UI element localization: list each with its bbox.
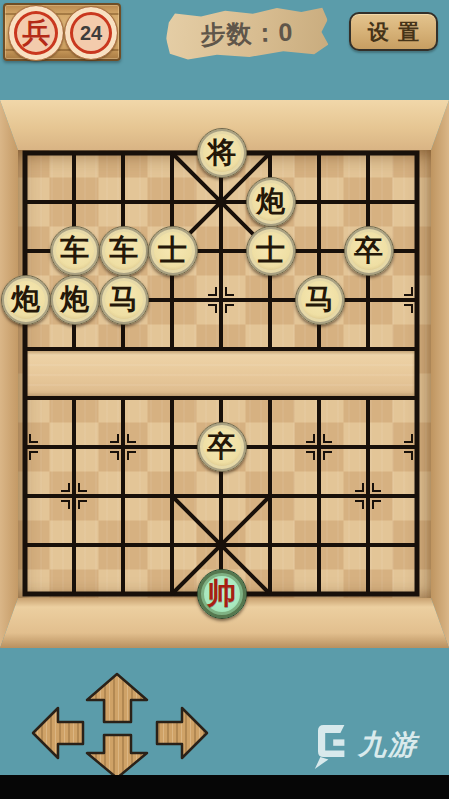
right-arrow-button[interactable] (157, 708, 207, 758)
bottom-letterbox (0, 775, 449, 799)
piece-士: 士 (148, 226, 198, 276)
9game-watermark: 九游 (314, 714, 434, 776)
level-count-badge: 24 (64, 6, 118, 60)
xiangqi-puzzle-app: 兵 24 步数：0 设置 (0, 0, 449, 799)
piece-士: 士 (246, 226, 296, 276)
9game-logo-text: 九游 (358, 726, 418, 764)
piece-炮: 炮 (246, 177, 296, 227)
piece-车: 车 (50, 226, 100, 276)
pieces-layer: 将炮车车士士卒炮炮马马卒帅 (1, 128, 442, 618)
xiangqi-board: 将炮车车士士卒炮炮马马卒帅 (0, 100, 449, 648)
step-counter-label: 步数： (200, 18, 279, 49)
level-piece-label: 兵 (22, 14, 50, 52)
piece-马: 马 (295, 275, 345, 325)
piece-卒: 卒 (197, 422, 247, 472)
piece-将: 将 (197, 128, 247, 178)
up-arrow-button[interactable] (87, 674, 147, 722)
step-counter-value: 0 (278, 17, 294, 46)
down-arrow-button[interactable] (87, 735, 147, 775)
step-counter-text: 步数：0 (200, 15, 294, 51)
piece-帅[interactable]: 帅 (197, 569, 247, 619)
9game-logo-icon (314, 714, 354, 776)
level-badge-plaque: 兵 24 (3, 3, 121, 61)
settings-button[interactable]: 设置 (349, 12, 438, 51)
level-piece-badge: 兵 (8, 5, 64, 61)
step-counter: 步数：0 (165, 6, 329, 61)
piece-卒: 卒 (344, 226, 394, 276)
piece-炮: 炮 (1, 275, 51, 325)
piece-炮: 炮 (50, 275, 100, 325)
level-count-value: 24 (80, 22, 102, 45)
left-arrow-button[interactable] (33, 708, 83, 758)
piece-车: 车 (99, 226, 149, 276)
piece-马: 马 (99, 275, 149, 325)
